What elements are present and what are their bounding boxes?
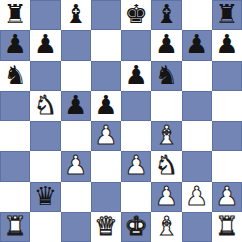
square-e4[interactable] bbox=[121, 121, 151, 151]
square-d8[interactable] bbox=[91, 0, 121, 30]
square-b2[interactable]: ♛ bbox=[30, 182, 60, 212]
piece-black-pawn[interactable]: ♟ bbox=[155, 30, 178, 59]
square-a3[interactable] bbox=[0, 151, 30, 181]
square-h7[interactable]: ♟ bbox=[212, 30, 242, 60]
square-a7[interactable]: ♟ bbox=[0, 30, 30, 60]
square-b7[interactable]: ♟ bbox=[30, 30, 60, 60]
square-e2[interactable] bbox=[121, 182, 151, 212]
piece-white-pawn[interactable]: ♟ bbox=[215, 182, 238, 211]
piece-white-queen[interactable]: ♛ bbox=[94, 212, 117, 241]
piece-white-pawn[interactable]: ♟ bbox=[94, 121, 117, 150]
square-c2[interactable] bbox=[61, 182, 91, 212]
piece-black-pawn[interactable]: ♟ bbox=[124, 61, 147, 90]
square-g7[interactable]: ♟ bbox=[182, 30, 212, 60]
square-c5[interactable]: ♟ bbox=[61, 91, 91, 121]
square-e8[interactable]: ♚ bbox=[121, 0, 151, 30]
square-d2[interactable] bbox=[91, 182, 121, 212]
piece-white-rook[interactable]: ♜ bbox=[3, 212, 26, 241]
square-e1[interactable]: ♚ bbox=[121, 212, 151, 242]
piece-black-rook[interactable]: ♜ bbox=[3, 0, 26, 29]
square-b5[interactable]: ♞ bbox=[30, 91, 60, 121]
piece-black-rook[interactable]: ♜ bbox=[215, 0, 238, 29]
piece-white-rook[interactable]: ♜ bbox=[215, 212, 238, 241]
piece-white-pawn[interactable]: ♟ bbox=[124, 151, 147, 180]
square-b1[interactable] bbox=[30, 212, 60, 242]
piece-black-bishop[interactable]: ♝ bbox=[64, 0, 87, 29]
piece-black-pawn[interactable]: ♟ bbox=[185, 30, 208, 59]
square-b3[interactable] bbox=[30, 151, 60, 181]
piece-white-pawn[interactable]: ♟ bbox=[155, 182, 178, 211]
square-a6[interactable]: ♞ bbox=[0, 61, 30, 91]
square-g1[interactable] bbox=[182, 212, 212, 242]
piece-white-bishop[interactable]: ♝ bbox=[155, 121, 178, 150]
piece-white-knight[interactable]: ♞ bbox=[34, 91, 57, 120]
square-e5[interactable] bbox=[121, 91, 151, 121]
square-c4[interactable] bbox=[61, 121, 91, 151]
square-c1[interactable] bbox=[61, 212, 91, 242]
piece-black-pawn[interactable]: ♟ bbox=[34, 30, 57, 59]
square-h3[interactable] bbox=[212, 151, 242, 181]
square-f2[interactable]: ♟ bbox=[151, 182, 181, 212]
square-f6[interactable]: ♞ bbox=[151, 61, 181, 91]
square-d4[interactable]: ♟ bbox=[91, 121, 121, 151]
square-h5[interactable] bbox=[212, 91, 242, 121]
square-h1[interactable]: ♜ bbox=[212, 212, 242, 242]
square-a5[interactable] bbox=[0, 91, 30, 121]
square-h6[interactable] bbox=[212, 61, 242, 91]
square-e6[interactable]: ♟ bbox=[121, 61, 151, 91]
square-h8[interactable]: ♜ bbox=[212, 0, 242, 30]
piece-white-pawn[interactable]: ♟ bbox=[64, 151, 87, 180]
piece-black-king[interactable]: ♚ bbox=[124, 0, 147, 29]
square-d5[interactable]: ♟ bbox=[91, 91, 121, 121]
piece-black-pawn[interactable]: ♟ bbox=[64, 91, 87, 120]
square-c8[interactable]: ♝ bbox=[61, 0, 91, 30]
square-d7[interactable] bbox=[91, 30, 121, 60]
square-e7[interactable] bbox=[121, 30, 151, 60]
piece-black-knight[interactable]: ♞ bbox=[3, 61, 26, 90]
square-a8[interactable]: ♜ bbox=[0, 0, 30, 30]
square-g6[interactable] bbox=[182, 61, 212, 91]
square-d6[interactable] bbox=[91, 61, 121, 91]
piece-black-pawn[interactable]: ♟ bbox=[94, 91, 117, 120]
chess-board: ♜♝♚♝♜♟♟♟♟♟♞♟♞♞♟♟♟♝♟♟♞♛♟♟♟♜♛♚♝♜ bbox=[0, 0, 242, 242]
square-d3[interactable] bbox=[91, 151, 121, 181]
square-c6[interactable] bbox=[61, 61, 91, 91]
square-f1[interactable]: ♝ bbox=[151, 212, 181, 242]
square-g8[interactable] bbox=[182, 0, 212, 30]
square-f7[interactable]: ♟ bbox=[151, 30, 181, 60]
square-f8[interactable]: ♝ bbox=[151, 0, 181, 30]
square-a4[interactable] bbox=[0, 121, 30, 151]
square-b4[interactable] bbox=[30, 121, 60, 151]
square-f3[interactable]: ♞ bbox=[151, 151, 181, 181]
square-g2[interactable]: ♟ bbox=[182, 182, 212, 212]
piece-white-pawn[interactable]: ♟ bbox=[185, 182, 208, 211]
square-a2[interactable] bbox=[0, 182, 30, 212]
square-d1[interactable]: ♛ bbox=[91, 212, 121, 242]
square-g5[interactable] bbox=[182, 91, 212, 121]
piece-black-pawn[interactable]: ♟ bbox=[215, 30, 238, 59]
piece-white-knight[interactable]: ♞ bbox=[155, 151, 178, 180]
square-h2[interactable]: ♟ bbox=[212, 182, 242, 212]
piece-black-bishop[interactable]: ♝ bbox=[155, 0, 178, 29]
square-b6[interactable] bbox=[30, 61, 60, 91]
square-a1[interactable]: ♜ bbox=[0, 212, 30, 242]
square-e3[interactable]: ♟ bbox=[121, 151, 151, 181]
square-f4[interactable]: ♝ bbox=[151, 121, 181, 151]
piece-black-queen[interactable]: ♛ bbox=[34, 182, 57, 211]
square-g3[interactable] bbox=[182, 151, 212, 181]
square-c7[interactable] bbox=[61, 30, 91, 60]
piece-white-bishop[interactable]: ♝ bbox=[155, 212, 178, 241]
piece-white-king[interactable]: ♚ bbox=[124, 212, 147, 241]
square-b8[interactable] bbox=[30, 0, 60, 30]
square-h4[interactable] bbox=[212, 121, 242, 151]
piece-black-pawn[interactable]: ♟ bbox=[3, 30, 26, 59]
square-f5[interactable] bbox=[151, 91, 181, 121]
piece-black-knight[interactable]: ♞ bbox=[155, 61, 178, 90]
square-g4[interactable] bbox=[182, 121, 212, 151]
square-c3[interactable]: ♟ bbox=[61, 151, 91, 181]
